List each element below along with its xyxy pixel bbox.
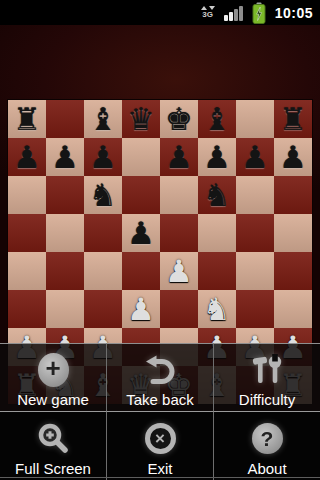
square-f7[interactable]: ♟ <box>198 138 236 176</box>
square-f8[interactable]: ♝ <box>198 100 236 138</box>
piece-white-pawn[interactable]: ♟ <box>122 290 160 328</box>
square-h7[interactable]: ♟ <box>274 138 312 176</box>
square-c8[interactable]: ♝ <box>84 100 122 138</box>
square-e4[interactable]: ♟ <box>160 252 198 290</box>
network-type-label: 3G <box>202 11 213 19</box>
about-label: About <box>247 460 286 477</box>
undo-arrow-icon <box>143 351 177 389</box>
clock-text: 10:05 <box>275 5 313 21</box>
square-h3[interactable] <box>274 290 312 328</box>
square-c3[interactable] <box>84 290 122 328</box>
piece-black-queen[interactable]: ♛ <box>122 100 160 138</box>
piece-black-bishop[interactable]: ♝ <box>198 100 236 138</box>
square-d7[interactable] <box>122 138 160 176</box>
piece-black-pawn[interactable]: ♟ <box>122 214 160 252</box>
full-screen-label: Full Screen <box>15 460 91 477</box>
square-h6[interactable] <box>274 176 312 214</box>
square-b8[interactable] <box>46 100 84 138</box>
square-e8[interactable]: ♚ <box>160 100 198 138</box>
take-back-label: Take back <box>126 391 194 408</box>
square-h4[interactable] <box>274 252 312 290</box>
take-back-button[interactable]: Take back <box>106 343 213 411</box>
square-f4[interactable] <box>198 252 236 290</box>
piece-black-pawn[interactable]: ♟ <box>84 138 122 176</box>
square-h5[interactable] <box>274 214 312 252</box>
square-a6[interactable] <box>8 176 46 214</box>
full-screen-button[interactable]: Full Screen <box>0 411 106 480</box>
piece-black-pawn[interactable]: ♟ <box>8 138 46 176</box>
piece-black-knight[interactable]: ♞ <box>198 176 236 214</box>
square-g6[interactable] <box>236 176 274 214</box>
square-a8[interactable]: ♜ <box>8 100 46 138</box>
square-a3[interactable] <box>8 290 46 328</box>
piece-black-pawn[interactable]: ♟ <box>198 138 236 176</box>
square-g7[interactable]: ♟ <box>236 138 274 176</box>
piece-black-pawn[interactable]: ♟ <box>160 138 198 176</box>
exit-button[interactable]: × Exit <box>106 411 213 480</box>
square-d5[interactable]: ♟ <box>122 214 160 252</box>
square-g3[interactable] <box>236 290 274 328</box>
piece-black-pawn[interactable]: ♟ <box>236 138 274 176</box>
square-f5[interactable] <box>198 214 236 252</box>
hammer-wrench-icon <box>250 351 284 389</box>
piece-black-rook[interactable]: ♜ <box>274 100 312 138</box>
piece-black-knight[interactable]: ♞ <box>84 176 122 214</box>
square-a7[interactable]: ♟ <box>8 138 46 176</box>
exit-label: Exit <box>147 460 172 477</box>
square-e7[interactable]: ♟ <box>160 138 198 176</box>
square-c5[interactable] <box>84 214 122 252</box>
difficulty-button[interactable]: Difficulty <box>213 343 320 411</box>
magnifier-plus-icon <box>36 420 70 458</box>
question-mark-icon: ? <box>252 420 283 458</box>
square-d8[interactable]: ♛ <box>122 100 160 138</box>
square-b4[interactable] <box>46 252 84 290</box>
piece-white-pawn[interactable]: ♟ <box>160 252 198 290</box>
square-a5[interactable] <box>8 214 46 252</box>
close-x-icon: × <box>145 420 176 458</box>
square-c7[interactable]: ♟ <box>84 138 122 176</box>
network-3g-icon: 3G <box>201 6 215 19</box>
about-button[interactable]: ? About <box>213 411 320 480</box>
android-status-bar: 3G 10:05 <box>0 0 320 25</box>
new-game-plus-icon: + <box>38 351 69 389</box>
square-f3[interactable]: ♞ <box>198 290 236 328</box>
square-g4[interactable] <box>236 252 274 290</box>
square-c6[interactable]: ♞ <box>84 176 122 214</box>
square-e3[interactable] <box>160 290 198 328</box>
signal-strength-icon <box>224 5 243 21</box>
square-f6[interactable]: ♞ <box>198 176 236 214</box>
options-menu: + New game Take back <box>0 343 320 480</box>
square-a4[interactable] <box>8 252 46 290</box>
square-d3[interactable]: ♟ <box>122 290 160 328</box>
piece-black-king[interactable]: ♚ <box>160 100 198 138</box>
square-b3[interactable] <box>46 290 84 328</box>
square-e6[interactable] <box>160 176 198 214</box>
piece-black-pawn[interactable]: ♟ <box>274 138 312 176</box>
square-b5[interactable] <box>46 214 84 252</box>
square-c4[interactable] <box>84 252 122 290</box>
square-g5[interactable] <box>236 214 274 252</box>
square-e5[interactable] <box>160 214 198 252</box>
piece-white-knight[interactable]: ♞ <box>198 290 236 328</box>
square-d6[interactable] <box>122 176 160 214</box>
square-b7[interactable]: ♟ <box>46 138 84 176</box>
difficulty-label: Difficulty <box>239 391 295 408</box>
phone-screen: 3G 10:05 ♜♝♛♚♝♜♟♟♟♟♟♟♟♞♞♟♟♟♞♟♟♟♟♟♟♜♞♝♛♚♝… <box>0 0 320 480</box>
piece-black-pawn[interactable]: ♟ <box>46 138 84 176</box>
piece-black-bishop[interactable]: ♝ <box>84 100 122 138</box>
square-d4[interactable] <box>122 252 160 290</box>
new-game-label: New game <box>17 391 89 408</box>
battery-icon <box>252 2 266 24</box>
square-h8[interactable]: ♜ <box>274 100 312 138</box>
square-g8[interactable] <box>236 100 274 138</box>
square-b6[interactable] <box>46 176 84 214</box>
new-game-button[interactable]: + New game <box>0 343 106 411</box>
piece-black-rook[interactable]: ♜ <box>8 100 46 138</box>
